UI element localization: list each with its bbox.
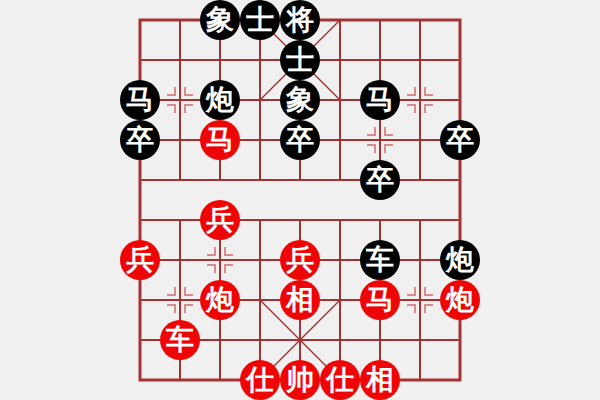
piece-red-cannon[interactable]: 炮 bbox=[200, 280, 240, 320]
piece-black-advisor[interactable]: 士 bbox=[240, 0, 280, 40]
piece-black-soldier[interactable]: 卒 bbox=[280, 120, 320, 160]
piece-black-advisor[interactable]: 士 bbox=[280, 40, 320, 80]
piece-black-horse[interactable]: 马 bbox=[360, 80, 400, 120]
piece-red-soldier[interactable]: 兵 bbox=[280, 240, 320, 280]
piece-red-general[interactable]: 帅 bbox=[280, 360, 320, 400]
piece-black-soldier[interactable]: 卒 bbox=[440, 120, 480, 160]
piece-black-cannon[interactable]: 炮 bbox=[200, 80, 240, 120]
piece-black-soldier[interactable]: 卒 bbox=[360, 160, 400, 200]
piece-red-soldier[interactable]: 兵 bbox=[200, 200, 240, 240]
xiangqi-app: 象士将士马炮象马卒马卒卒卒兵兵兵车炮炮相马炮车仕帅仕相 bbox=[0, 0, 600, 400]
piece-red-soldier[interactable]: 兵 bbox=[120, 240, 160, 280]
piece-red-horse[interactable]: 马 bbox=[200, 120, 240, 160]
piece-black-cannon[interactable]: 炮 bbox=[440, 240, 480, 280]
piece-red-elephant[interactable]: 相 bbox=[360, 360, 400, 400]
piece-red-cannon[interactable]: 炮 bbox=[440, 280, 480, 320]
piece-black-elephant[interactable]: 象 bbox=[280, 80, 320, 120]
piece-red-advisor[interactable]: 仕 bbox=[240, 360, 280, 400]
piece-red-elephant[interactable]: 相 bbox=[280, 280, 320, 320]
piece-black-chariot[interactable]: 车 bbox=[360, 240, 400, 280]
piece-black-soldier[interactable]: 卒 bbox=[120, 120, 160, 160]
piece-black-general[interactable]: 将 bbox=[280, 0, 320, 40]
piece-red-horse[interactable]: 马 bbox=[360, 280, 400, 320]
piece-black-horse[interactable]: 马 bbox=[120, 80, 160, 120]
piece-red-chariot[interactable]: 车 bbox=[160, 320, 200, 360]
piece-red-advisor[interactable]: 仕 bbox=[320, 360, 360, 400]
piece-black-elephant[interactable]: 象 bbox=[200, 0, 240, 40]
